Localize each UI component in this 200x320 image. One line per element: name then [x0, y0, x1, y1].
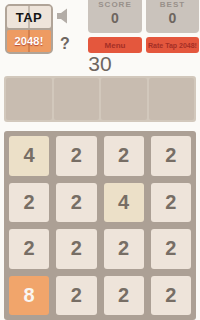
tile-r3c3[interactable]: 2	[104, 229, 144, 269]
tile-r4c3[interactable]: 2	[104, 276, 144, 316]
preview-cell-4	[149, 78, 195, 120]
score-value: 0	[88, 9, 142, 27]
tile-r3c4[interactable]: 2	[151, 229, 191, 269]
tile-r4c2[interactable]: 2	[56, 276, 96, 316]
tile-r3c2[interactable]: 2	[56, 229, 96, 269]
logo-tap-label: TAP	[7, 6, 51, 28]
tile-r3c1[interactable]: 2	[9, 229, 49, 269]
best-panel: BEST 0	[146, 0, 199, 33]
tile-r1c3[interactable]: 2	[104, 136, 144, 176]
preview-cell-1	[6, 78, 52, 120]
best-value: 0	[146, 9, 199, 27]
rate-app-button[interactable]: Rate Tap 2048!	[146, 37, 199, 53]
preview-row	[4, 76, 196, 122]
app-logo: TAP 2048!	[5, 4, 53, 54]
board: 4222224222228222	[4, 131, 196, 320]
tile-r4c4[interactable]: 2	[151, 276, 191, 316]
help-icon[interactable]: ?	[58, 35, 72, 53]
tile-r1c2[interactable]: 2	[56, 136, 96, 176]
logo-2048-label: 2048!	[7, 30, 51, 52]
tile-r2c2[interactable]: 2	[56, 183, 96, 223]
menu-button[interactable]: Menu	[88, 37, 142, 53]
tile-r1c1[interactable]: 4	[9, 136, 49, 176]
preview-cell-2	[54, 78, 100, 120]
tile-r4c1[interactable]: 8	[9, 276, 49, 316]
preview-cell-3	[101, 78, 147, 120]
move-counter: 30	[0, 52, 200, 76]
tile-r2c4[interactable]: 2	[151, 183, 191, 223]
tile-r2c1[interactable]: 2	[9, 183, 49, 223]
best-label: BEST	[146, 0, 199, 9]
score-panel: SCORE 0	[88, 0, 142, 33]
score-label: SCORE	[88, 0, 142, 9]
speaker-muted-icon[interactable]	[56, 8, 71, 24]
tile-r1c4[interactable]: 2	[151, 136, 191, 176]
tile-r2c3[interactable]: 4	[104, 183, 144, 223]
